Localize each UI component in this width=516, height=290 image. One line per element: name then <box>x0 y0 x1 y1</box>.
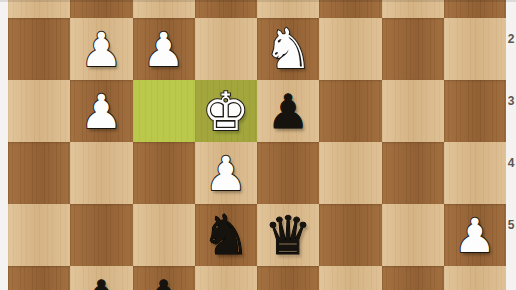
square-b3[interactable] <box>382 80 444 142</box>
rank-label-3: 3 <box>506 94 516 108</box>
square-b1[interactable] <box>382 0 444 18</box>
square-a4[interactable] <box>444 142 506 204</box>
square-e2[interactable] <box>195 18 257 80</box>
square-f2[interactable]: ♟ <box>133 18 195 80</box>
square-b6[interactable] <box>382 266 444 290</box>
square-g4[interactable] <box>70 142 132 204</box>
rank-label-4: 4 <box>506 156 516 170</box>
square-f1[interactable] <box>133 0 195 18</box>
square-g5[interactable] <box>70 204 132 266</box>
square-e3[interactable]: ♚ <box>195 80 257 142</box>
square-a5[interactable]: ♟ <box>444 204 506 266</box>
square-d6[interactable] <box>257 266 319 290</box>
square-d3[interactable]: ♟ <box>257 80 319 142</box>
piece-white-pawn-a5[interactable]: ♟ <box>444 204 506 266</box>
chess-board: ♟♟♞♟♚♟♟♞♛♟♟♟ <box>8 0 506 290</box>
square-d2[interactable]: ♞ <box>257 18 319 80</box>
piece-white-pawn-g2[interactable]: ♟ <box>70 18 132 80</box>
square-d4[interactable] <box>257 142 319 204</box>
square-d1[interactable] <box>257 0 319 18</box>
square-h5[interactable] <box>8 204 70 266</box>
piece-white-king-e3[interactable]: ♚ <box>195 80 257 142</box>
piece-white-knight-d2[interactable]: ♞ <box>257 18 319 80</box>
square-a6[interactable] <box>444 266 506 290</box>
square-c3[interactable] <box>319 80 381 142</box>
piece-black-knight-e5[interactable]: ♞ <box>195 204 257 266</box>
square-c4[interactable] <box>319 142 381 204</box>
square-c6[interactable] <box>319 266 381 290</box>
piece-white-pawn-e4[interactable]: ♟ <box>195 142 257 204</box>
square-h2[interactable] <box>8 18 70 80</box>
square-e5[interactable]: ♞ <box>195 204 257 266</box>
square-c1[interactable] <box>319 0 381 18</box>
square-d5[interactable]: ♛ <box>257 204 319 266</box>
square-e1[interactable] <box>195 0 257 18</box>
left-letterbox-margin <box>0 0 8 290</box>
square-a1[interactable] <box>444 0 506 18</box>
square-h1[interactable] <box>8 0 70 18</box>
piece-black-pawn-f6[interactable]: ♟ <box>133 266 195 290</box>
square-c2[interactable] <box>319 18 381 80</box>
square-b4[interactable] <box>382 142 444 204</box>
square-b2[interactable] <box>382 18 444 80</box>
piece-white-pawn-f2[interactable]: ♟ <box>133 18 195 80</box>
square-f5[interactable] <box>133 204 195 266</box>
piece-black-queen-d5[interactable]: ♛ <box>257 204 319 266</box>
rank-label-2: 2 <box>506 32 516 46</box>
square-f6[interactable]: ♟ <box>133 266 195 290</box>
square-b5[interactable] <box>382 204 444 266</box>
square-e6[interactable] <box>195 266 257 290</box>
square-f3[interactable] <box>133 80 195 142</box>
square-f4[interactable] <box>133 142 195 204</box>
piece-black-pawn-g6[interactable]: ♟ <box>70 266 132 290</box>
square-e4[interactable]: ♟ <box>195 142 257 204</box>
square-g2[interactable]: ♟ <box>70 18 132 80</box>
piece-black-pawn-d3[interactable]: ♟ <box>257 80 319 142</box>
square-h6[interactable] <box>8 266 70 290</box>
square-a2[interactable] <box>444 18 506 80</box>
rank-label-5: 5 <box>506 218 516 232</box>
square-g3[interactable]: ♟ <box>70 80 132 142</box>
square-g1[interactable] <box>70 0 132 18</box>
square-a3[interactable] <box>444 80 506 142</box>
square-h4[interactable] <box>8 142 70 204</box>
square-h3[interactable] <box>8 80 70 142</box>
square-c5[interactable] <box>319 204 381 266</box>
piece-white-pawn-g3[interactable]: ♟ <box>70 80 132 142</box>
square-g6[interactable]: ♟ <box>70 266 132 290</box>
video-frame: ♟♟♞♟♚♟♟♞♛♟♟♟ 2345 <box>0 0 516 290</box>
